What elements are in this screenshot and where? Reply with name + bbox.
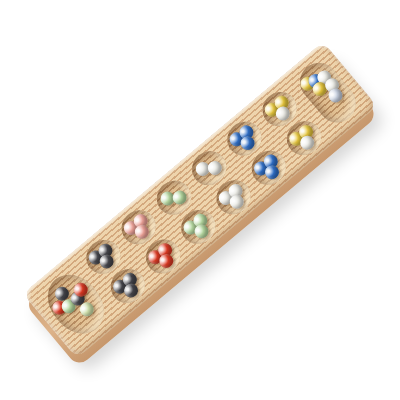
product-photo-scene xyxy=(0,0,400,400)
board-top-face xyxy=(23,42,377,358)
board-grid xyxy=(23,42,377,358)
marble-clear xyxy=(205,158,225,178)
marble-green xyxy=(170,188,190,208)
mancala-board xyxy=(23,42,377,358)
store-right[interactable] xyxy=(292,55,364,130)
